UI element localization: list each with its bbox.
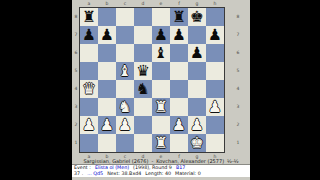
rank-label-8: 8	[235, 8, 241, 26]
square-g4	[188, 80, 206, 98]
square-f3	[170, 98, 188, 116]
file-label-e: e	[152, 1, 170, 6]
black-rook-piece: ♜	[170, 8, 188, 26]
square-f5	[170, 62, 188, 80]
square-e8	[152, 8, 170, 26]
file-label-d: d	[134, 1, 152, 6]
rank-label-7: 7	[235, 26, 241, 44]
game-length: Length: 40	[145, 171, 171, 177]
square-e5	[152, 62, 170, 80]
black-pawn-piece: ♟	[206, 26, 224, 44]
square-d1	[134, 134, 152, 152]
square-d8	[134, 8, 152, 26]
square-c6	[116, 44, 134, 62]
square-d7	[134, 26, 152, 44]
white-rook-piece: ♜	[152, 134, 170, 152]
square-f6	[170, 44, 188, 62]
move-number: 37 .	[74, 171, 83, 177]
square-h7: ♟	[206, 26, 224, 44]
rank-label-5: 5	[235, 62, 241, 80]
square-a5	[80, 62, 98, 80]
square-b4	[98, 80, 116, 98]
black-queen-piece: ♛	[134, 62, 152, 80]
square-h8	[206, 8, 224, 26]
square-b1	[98, 134, 116, 152]
square-a3	[80, 98, 98, 116]
white-pawn-piece: ♟	[98, 116, 116, 134]
white-bishop-piece: ♝	[116, 62, 134, 80]
board-panel: abcdefgh 87654321 87654321 ♜♜♚♟♟♟♟♟♝♟♝♛♛…	[72, 0, 250, 180]
square-c4	[116, 80, 134, 98]
square-h5	[206, 62, 224, 80]
square-g7	[188, 26, 206, 44]
square-b2: ♟	[98, 116, 116, 134]
white-pawn-piece: ♟	[170, 116, 188, 134]
file-label-a: a	[80, 1, 98, 6]
square-b6	[98, 44, 116, 62]
square-c7	[116, 26, 134, 44]
video-frame: abcdefgh 87654321 87654321 ♜♜♚♟♟♟♟♟♝♟♝♛♛…	[0, 0, 320, 180]
square-f7: ♟	[170, 26, 188, 44]
square-g5	[188, 62, 206, 80]
square-g2: ♟	[188, 116, 206, 134]
square-e3: ♜	[152, 98, 170, 116]
square-g1: ♚	[188, 134, 206, 152]
last-move: ... Qd5	[87, 171, 103, 177]
white-pawn-piece: ♟	[188, 116, 206, 134]
square-h4	[206, 80, 224, 98]
rank-labels-right: 87654321	[235, 8, 241, 152]
rank-label-3: 3	[235, 98, 241, 116]
square-c8	[116, 8, 134, 26]
square-c3: ♞	[116, 98, 134, 116]
file-label-c: c	[116, 1, 134, 6]
square-e1: ♜	[152, 134, 170, 152]
black-pawn-piece: ♟	[80, 26, 98, 44]
white-rook-piece: ♜	[152, 98, 170, 116]
square-d2	[134, 116, 152, 134]
white-queen-piece: ♛	[80, 80, 98, 98]
square-f2: ♟	[170, 116, 188, 134]
square-a8: ♜	[80, 8, 98, 26]
square-h2	[206, 116, 224, 134]
white-pawn-piece: ♟	[80, 116, 98, 134]
black-king-piece: ♚	[188, 8, 206, 26]
square-f1	[170, 134, 188, 152]
material-balance: Material: 0	[175, 171, 201, 177]
square-d4: ♞	[134, 80, 152, 98]
white-pawn-piece: ♟	[116, 116, 134, 134]
black-pawn-piece: ♟	[152, 26, 170, 44]
chess-board: ♜♜♚♟♟♟♟♟♝♟♝♛♛♞♞♜♟♟♟♟♟♟♜♚	[79, 7, 225, 153]
black-pawn-piece: ♟	[98, 26, 116, 44]
move-row: 37 . ... Qd5 Next: 38.Bxd4 Length: 40 Ma…	[72, 171, 250, 177]
square-e6: ♝	[152, 44, 170, 62]
rank-label-4: 4	[235, 80, 241, 98]
white-pawn-piece: ♟	[206, 98, 224, 116]
white-knight-piece: ♞	[116, 98, 134, 116]
file-label-f: f	[170, 1, 188, 6]
black-pawn-piece: ♟	[170, 26, 188, 44]
square-c2: ♟	[116, 116, 134, 134]
square-c5: ♝	[116, 62, 134, 80]
rank-label-2: 2	[235, 116, 241, 134]
white-king-piece: ♚	[188, 134, 206, 152]
square-a7: ♟	[80, 26, 98, 44]
square-h3: ♟	[206, 98, 224, 116]
square-b8	[98, 8, 116, 26]
square-b7: ♟	[98, 26, 116, 44]
square-d6	[134, 44, 152, 62]
black-rook-piece: ♜	[80, 8, 98, 26]
file-labels-top: abcdefgh	[80, 1, 224, 6]
next-move: Next: 38.Bxd4	[107, 171, 141, 177]
square-g3	[188, 98, 206, 116]
square-e4	[152, 80, 170, 98]
square-h6	[206, 44, 224, 62]
square-f4	[170, 80, 188, 98]
square-b5	[98, 62, 116, 80]
rank-label-6: 6	[235, 44, 241, 62]
black-bishop-piece: ♝	[152, 44, 170, 62]
file-label-g: g	[188, 1, 206, 6]
file-label-b: b	[98, 1, 116, 6]
square-b3	[98, 98, 116, 116]
game-info-box: Event : Elista ol (Men) (1998), Round 9 …	[72, 164, 250, 177]
square-a4: ♛	[80, 80, 98, 98]
square-g8: ♚	[188, 8, 206, 26]
square-d5: ♛	[134, 62, 152, 80]
black-knight-piece: ♞	[134, 80, 152, 98]
square-f8: ♜	[170, 8, 188, 26]
square-a6	[80, 44, 98, 62]
square-c1	[116, 134, 134, 152]
square-d3	[134, 98, 152, 116]
square-e2	[152, 116, 170, 134]
square-a2: ♟	[80, 116, 98, 134]
square-g6: ♟	[188, 44, 206, 62]
square-e7: ♟	[152, 26, 170, 44]
rank-label-1: 1	[235, 134, 241, 152]
file-label-h: h	[206, 1, 224, 6]
square-a1	[80, 134, 98, 152]
black-pawn-piece: ♟	[188, 44, 206, 62]
square-h1	[206, 134, 224, 152]
